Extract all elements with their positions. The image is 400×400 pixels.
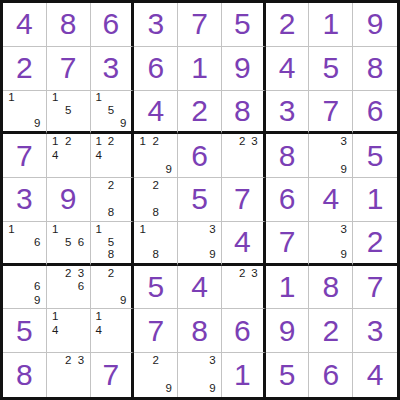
sudoku-cell[interactable]: 23 [222, 134, 266, 178]
cell-value: 7 [60, 53, 77, 83]
candidate-mark: 1 [49, 135, 62, 149]
candidate-mark: 1 [93, 92, 105, 105]
candidate-mark: 5 [105, 236, 117, 249]
candidate-mark: 9 [206, 382, 219, 396]
sudoku-cell[interactable]: 156 [47, 222, 91, 266]
cell-value: 1 [322, 9, 339, 39]
cell-value: 6 [103, 9, 120, 39]
candidate-mark: 1 [5, 223, 18, 236]
sudoku-cell[interactable]: 69 [3, 266, 47, 310]
sudoku-cell[interactable]: 19 [3, 91, 47, 135]
cell-value: 4 [279, 53, 296, 83]
sudoku-cell[interactable]: 8 [47, 3, 91, 47]
pencil-marks: 29 [91, 266, 132, 309]
candidate-mark: 1 [93, 310, 105, 324]
cell-value: 7 [234, 184, 251, 214]
cell-value: 8 [367, 53, 384, 83]
sudoku-cell[interactable]: 7 [222, 178, 266, 222]
pencil-marks: 28 [91, 178, 132, 221]
sudoku-cell[interactable]: 29 [91, 266, 135, 310]
sudoku-cell[interactable]: 4 [3, 3, 47, 47]
cell-value: 3 [16, 184, 33, 214]
candidate-mark: 2 [149, 135, 162, 149]
sudoku-cell[interactable]: 23 [47, 353, 91, 397]
sudoku-cell[interactable]: 16 [3, 222, 47, 266]
cell-value: 9 [279, 316, 296, 346]
sudoku-cell[interactable]: 124 [47, 134, 91, 178]
sudoku-cell[interactable]: 39 [309, 134, 353, 178]
candidate-mark: 9 [117, 294, 129, 308]
cell-value: 2 [191, 96, 208, 126]
cell-value: 8 [279, 141, 296, 171]
cell-value: 3 [103, 53, 120, 83]
pencil-marks: 159 [91, 91, 132, 132]
sudoku-cell[interactable]: 7 [47, 47, 91, 91]
candidate-mark: 9 [206, 249, 219, 262]
cell-value: 5 [147, 272, 164, 302]
candidate-mark: 2 [105, 179, 117, 193]
candidate-mark: 6 [31, 280, 44, 294]
candidate-mark: 1 [136, 223, 149, 236]
sudoku-cell[interactable]: 1 [266, 266, 310, 310]
candidate-mark: 1 [93, 135, 105, 149]
cell-value: 1 [279, 272, 296, 302]
sudoku-cell[interactable]: 4 [178, 266, 222, 310]
sudoku-cell[interactable]: 1 [309, 3, 353, 47]
sudoku-cell[interactable]: 5 [3, 309, 47, 353]
candidate-mark: 1 [93, 223, 105, 236]
sudoku-cell[interactable]: 5 [266, 353, 310, 397]
candidate-mark: 6 [75, 280, 88, 294]
cell-value: 4 [16, 9, 33, 39]
cell-value: 8 [191, 316, 208, 346]
cell-value: 9 [367, 9, 384, 39]
pencil-marks: 16 [3, 222, 46, 263]
sudoku-cell[interactable]: 4 [353, 353, 397, 397]
pencil-marks: 69 [3, 266, 46, 309]
cell-value: 5 [16, 316, 33, 346]
sudoku-cell[interactable]: 124 [91, 134, 135, 178]
sudoku-cell[interactable]: 39 [178, 222, 222, 266]
sudoku-cell[interactable]: 7 [134, 309, 178, 353]
candidate-mark: 6 [31, 236, 44, 249]
sudoku-cell[interactable]: 1 [353, 178, 397, 222]
candidate-mark: 9 [162, 382, 175, 396]
candidate-mark: 9 [337, 249, 350, 262]
pencil-marks: 15 [47, 91, 90, 132]
cell-value: 5 [322, 53, 339, 83]
sudoku-cell[interactable]: 7 [3, 134, 47, 178]
cell-value: 3 [147, 9, 164, 39]
sudoku-cell[interactable]: 6 [134, 47, 178, 91]
pencil-marks: 39 [178, 222, 221, 263]
sudoku-cell[interactable]: 6 [91, 3, 135, 47]
sudoku-cell[interactable]: 6 [266, 178, 310, 222]
sudoku-cell[interactable]: 1 [178, 47, 222, 91]
cell-value: 7 [103, 360, 120, 390]
pencil-marks: 23 [222, 134, 263, 177]
candidate-mark: 4 [93, 324, 105, 338]
candidate-mark: 4 [49, 324, 62, 338]
sudoku-cell[interactable]: 2 [178, 91, 222, 135]
sudoku-cell[interactable]: 5 [134, 266, 178, 310]
cell-value: 7 [191, 9, 208, 39]
sudoku-cell[interactable]: 7 [266, 222, 310, 266]
sudoku-cell[interactable]: 4 [222, 222, 266, 266]
sudoku-cell[interactable]: 3 [353, 309, 397, 353]
sudoku-cell[interactable]: 5 [178, 178, 222, 222]
cell-value: 2 [16, 53, 33, 83]
sudoku-cell[interactable]: 14 [47, 309, 91, 353]
sudoku-cell[interactable]: 2 [309, 309, 353, 353]
sudoku-cell[interactable]: 9 [266, 309, 310, 353]
sudoku-cell[interactable]: 3 [134, 3, 178, 47]
sudoku-cell[interactable]: 5 [222, 3, 266, 47]
candidate-mark: 9 [337, 163, 350, 177]
candidate-mark: 2 [236, 135, 248, 149]
cell-value: 3 [367, 316, 384, 346]
sudoku-cell[interactable]: 15 [47, 91, 91, 135]
cell-value: 6 [279, 184, 296, 214]
cell-value: 1 [191, 53, 208, 83]
candidate-mark: 9 [31, 294, 44, 308]
cell-value: 5 [191, 184, 208, 214]
sudoku-cell[interactable]: 9 [353, 3, 397, 47]
candidate-mark: 3 [206, 223, 219, 236]
cell-value: 5 [234, 9, 251, 39]
cell-value: 2 [322, 316, 339, 346]
candidate-mark: 3 [337, 223, 350, 236]
candidate-mark: 9 [117, 117, 129, 130]
candidate-mark: 3 [75, 267, 88, 281]
cell-value: 9 [60, 184, 77, 214]
sudoku-cell[interactable]: 5 [353, 134, 397, 178]
sudoku-cell[interactable]: 158 [91, 222, 135, 266]
sudoku-cell[interactable]: 8 [309, 266, 353, 310]
cell-value: 6 [147, 53, 164, 83]
sudoku-cell[interactable]: 4 [134, 91, 178, 135]
candidate-mark: 3 [248, 267, 260, 281]
pencil-marks: 19 [3, 91, 46, 132]
sudoku-cell[interactable]: 8 [3, 353, 47, 397]
sudoku-cell[interactable]: 159 [91, 91, 135, 135]
pencil-marks: 29 [134, 353, 177, 397]
sudoku-cell[interactable]: 3 [91, 47, 135, 91]
cell-value: 2 [279, 9, 296, 39]
cell-value: 4 [234, 227, 251, 257]
cell-value: 3 [279, 96, 296, 126]
pencil-marks: 124 [91, 134, 132, 177]
cell-value: 8 [16, 360, 33, 390]
candidate-mark: 1 [49, 310, 62, 324]
cell-value: 1 [234, 360, 251, 390]
sudoku-board: 4863752192736194581915159428376712412412… [0, 0, 400, 400]
sudoku-cell[interactable]: 6 [309, 353, 353, 397]
cell-value: 9 [234, 53, 251, 83]
pencil-marks: 156 [47, 222, 90, 263]
sudoku-cell[interactable]: 39 [309, 222, 353, 266]
candidate-mark: 3 [248, 135, 260, 149]
pencil-marks: 129 [134, 134, 177, 177]
candidate-mark: 4 [49, 149, 62, 163]
candidate-mark: 8 [149, 206, 162, 220]
candidate-mark: 2 [62, 135, 75, 149]
sudoku-cell[interactable]: 236 [47, 266, 91, 310]
sudoku-cell[interactable]: 7 [309, 91, 353, 135]
sudoku-cell[interactable]: 7 [91, 353, 135, 397]
sudoku-cell[interactable]: 9 [47, 178, 91, 222]
sudoku-cell[interactable]: 9 [222, 47, 266, 91]
sudoku-cell[interactable]: 3 [3, 178, 47, 222]
sudoku-cell[interactable]: 4 [309, 178, 353, 222]
candidate-mark: 1 [5, 92, 18, 105]
sudoku-cell[interactable]: 2 [3, 47, 47, 91]
sudoku-cell[interactable]: 39 [178, 353, 222, 397]
candidate-mark: 5 [62, 104, 75, 117]
sudoku-cell[interactable]: 7 [178, 3, 222, 47]
cell-value: 8 [234, 96, 251, 126]
pencil-marks: 18 [134, 222, 177, 263]
cell-value: 8 [322, 272, 339, 302]
candidate-mark: 2 [105, 267, 117, 281]
pencil-marks: 28 [134, 178, 177, 221]
cell-value: 4 [322, 184, 339, 214]
sudoku-cell[interactable]: 8 [178, 309, 222, 353]
candidate-mark: 3 [337, 135, 350, 149]
cell-value: 7 [367, 272, 384, 302]
pencil-marks: 14 [47, 309, 90, 352]
candidate-mark: 8 [105, 206, 117, 220]
pencil-marks: 14 [91, 309, 132, 352]
cell-value: 6 [234, 316, 251, 346]
cell-value: 1 [367, 184, 384, 214]
sudoku-cell[interactable]: 4 [266, 47, 310, 91]
sudoku-cell[interactable]: 6 [222, 309, 266, 353]
pencil-marks: 124 [47, 134, 90, 177]
sudoku-cell[interactable]: 6 [178, 134, 222, 178]
cell-value: 4 [367, 360, 384, 390]
sudoku-cell[interactable]: 23 [222, 266, 266, 310]
pencil-marks: 39 [178, 353, 221, 397]
cell-value: 7 [16, 141, 33, 171]
cell-value: 8 [60, 9, 77, 39]
sudoku-cell[interactable]: 2 [353, 222, 397, 266]
candidate-mark: 4 [93, 149, 105, 163]
sudoku-cell[interactable]: 8 [222, 91, 266, 135]
pencil-marks: 39 [309, 134, 352, 177]
cell-value: 4 [147, 96, 164, 126]
cell-value: 4 [191, 272, 208, 302]
sudoku-cell[interactable]: 28 [91, 178, 135, 222]
cell-value: 5 [279, 360, 296, 390]
cell-value: 5 [367, 141, 384, 171]
sudoku-cell[interactable]: 8 [266, 134, 310, 178]
candidate-mark: 3 [75, 354, 88, 368]
candidate-mark: 3 [206, 354, 219, 368]
candidate-mark: 2 [105, 135, 117, 149]
pencil-marks: 39 [309, 222, 352, 263]
candidate-mark: 2 [62, 267, 75, 281]
candidate-mark: 5 [105, 104, 117, 117]
candidate-mark: 2 [149, 354, 162, 368]
sudoku-cell[interactable]: 14 [91, 309, 135, 353]
candidate-mark: 1 [49, 223, 62, 236]
cell-value: 7 [147, 316, 164, 346]
sudoku-cell[interactable]: 6 [353, 91, 397, 135]
candidate-mark: 2 [149, 179, 162, 193]
sudoku-cell[interactable]: 5 [309, 47, 353, 91]
sudoku-cell[interactable]: 29 [134, 353, 178, 397]
candidate-mark: 8 [105, 249, 117, 262]
sudoku-cell[interactable]: 28 [134, 178, 178, 222]
cell-value: 6 [191, 141, 208, 171]
sudoku-cell[interactable]: 3 [266, 91, 310, 135]
candidate-mark: 1 [49, 92, 62, 105]
candidate-mark: 2 [62, 354, 75, 368]
sudoku-cell[interactable]: 129 [134, 134, 178, 178]
pencil-marks: 158 [91, 222, 132, 263]
sudoku-cell[interactable]: 1 [222, 353, 266, 397]
sudoku-cell[interactable]: 2 [266, 3, 310, 47]
candidate-mark: 5 [62, 236, 75, 249]
cell-value: 7 [279, 227, 296, 257]
candidate-mark: 9 [31, 117, 44, 130]
candidate-mark: 2 [236, 267, 248, 281]
sudoku-cell[interactable]: 18 [134, 222, 178, 266]
cell-value: 7 [322, 96, 339, 126]
sudoku-cell[interactable]: 8 [353, 47, 397, 91]
cell-value: 6 [367, 96, 384, 126]
cell-value: 2 [367, 227, 384, 257]
candidate-mark: 1 [136, 135, 149, 149]
candidate-mark: 8 [149, 249, 162, 262]
candidate-mark: 6 [75, 236, 88, 249]
sudoku-cell[interactable]: 7 [353, 266, 397, 310]
pencil-marks: 236 [47, 266, 90, 309]
cell-value: 6 [322, 360, 339, 390]
pencil-marks: 23 [47, 353, 90, 397]
pencil-marks: 23 [222, 266, 263, 309]
candidate-mark: 9 [162, 163, 175, 177]
